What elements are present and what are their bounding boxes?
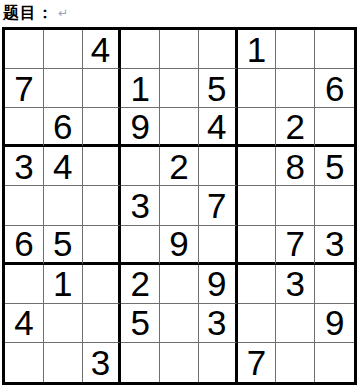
title-text: 题目： [3,3,54,22]
paragraph-return-mark: ↵ [58,6,68,20]
cell-r6c1-given-6: 6 [5,226,44,265]
cell-r7c6-given-9: 9 [199,265,238,304]
cell-r5c6-given-7: 7 [199,186,238,225]
cell-r8c4-given-5: 5 [121,304,160,343]
cell-r5c9-empty [315,186,354,225]
cell-r6c3-empty [83,226,122,265]
cell-r6c6-empty [199,226,238,265]
cell-r3c8-given-2: 2 [276,108,315,147]
cell-r2c4-given-1: 1 [121,69,160,108]
cell-r2c6-given-5: 5 [199,69,238,108]
cell-r7c3-empty [83,265,122,304]
document-page: 题目：↵ 41715669423428537659731293453937 [0,0,359,387]
cell-r6c2-given-5: 5 [44,226,83,265]
cell-r4c9-given-5: 5 [315,147,354,186]
cell-r2c7-empty [238,69,277,108]
cell-r8c2-empty [44,304,83,343]
cell-r4c2-given-4: 4 [44,147,83,186]
cell-r1c6-empty [199,30,238,69]
cell-r2c1-given-7: 7 [5,69,44,108]
cell-r5c1-empty [5,186,44,225]
cell-r1c7-given-1: 1 [238,30,277,69]
cell-r6c7-empty [238,226,277,265]
cell-r7c4-given-2: 2 [121,265,160,304]
cell-r6c5-given-9: 9 [160,226,199,265]
cell-r5c3-empty [83,186,122,225]
cell-r8c3-empty [83,304,122,343]
cell-r5c5-empty [160,186,199,225]
cell-r4c4-empty [121,147,160,186]
cell-r7c5-empty [160,265,199,304]
cell-r9c4-empty [121,343,160,382]
cell-r5c8-empty [276,186,315,225]
cell-r6c8-given-7: 7 [276,226,315,265]
cell-r2c8-empty [276,69,315,108]
cell-r9c1-empty [5,343,44,382]
cell-r3c7-empty [238,108,277,147]
cell-r5c2-empty [44,186,83,225]
cell-r1c1-empty [5,30,44,69]
cell-r7c7-empty [238,265,277,304]
cell-r2c3-empty [83,69,122,108]
cell-r1c2-empty [44,30,83,69]
cell-r9c8-empty [276,343,315,382]
cell-r2c2-empty [44,69,83,108]
cell-r6c4-empty [121,226,160,265]
cell-r9c7-given-7: 7 [238,343,277,382]
cell-r3c9-empty [315,108,354,147]
cell-r9c5-empty [160,343,199,382]
cell-r1c5-empty [160,30,199,69]
cell-r8c9-given-9: 9 [315,304,354,343]
cell-r9c6-empty [199,343,238,382]
cell-r3c1-empty [5,108,44,147]
cell-r3c4-given-9: 9 [121,108,160,147]
cell-r8c7-empty [238,304,277,343]
cell-r1c9-empty [315,30,354,69]
cell-r1c3-given-4: 4 [83,30,122,69]
cell-r9c2-empty [44,343,83,382]
cell-r3c3-empty [83,108,122,147]
cell-r7c9-empty [315,265,354,304]
cell-r6c9-given-3: 3 [315,226,354,265]
cell-r7c1-empty [5,265,44,304]
cell-r4c7-empty [238,147,277,186]
cell-r3c6-given-4: 4 [199,108,238,147]
cell-r4c3-empty [83,147,122,186]
cell-r1c4-empty [121,30,160,69]
cell-r3c2-given-6: 6 [44,108,83,147]
cell-r5c4-given-3: 3 [121,186,160,225]
cell-r8c8-empty [276,304,315,343]
cell-r1c8-empty [276,30,315,69]
cell-r8c6-given-3: 3 [199,304,238,343]
cell-r4c8-given-8: 8 [276,147,315,186]
cell-r7c8-given-3: 3 [276,265,315,304]
cell-r4c5-given-2: 2 [160,147,199,186]
puzzle-title: 题目：↵ [0,0,359,27]
cell-r7c2-given-1: 1 [44,265,83,304]
cell-r8c5-empty [160,304,199,343]
cell-r9c3-given-3: 3 [83,343,122,382]
cell-r3c5-empty [160,108,199,147]
cell-r8c1-given-4: 4 [5,304,44,343]
cell-r4c6-empty [199,147,238,186]
cell-r4c1-given-3: 3 [5,147,44,186]
cell-r2c9-given-6: 6 [315,69,354,108]
sudoku-grid: 41715669423428537659731293453937 [2,27,357,385]
cell-r2c5-empty [160,69,199,108]
cell-r5c7-empty [238,186,277,225]
cell-r9c9-empty [315,343,354,382]
